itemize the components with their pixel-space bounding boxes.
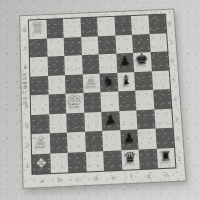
square-d4 — [83, 92, 101, 112]
square-f7 — [115, 34, 133, 53]
square-a2: ♙ — [32, 133, 50, 154]
square-a7 — [29, 38, 47, 57]
file-label-f: f — [122, 171, 141, 183]
piece-white-pawn-d5: ♙ — [85, 75, 97, 88]
rank-label-right-8: 8 — [165, 14, 175, 33]
square-a4 — [31, 95, 49, 115]
square-g6: ♚ — [133, 52, 151, 72]
square-b4 — [48, 94, 66, 114]
piece-black-rook: ♜ — [159, 149, 172, 163]
square-f4 — [118, 91, 136, 111]
square-h3 — [154, 108, 173, 128]
file-label-c: c — [68, 174, 86, 186]
square-e8 — [97, 17, 115, 36]
square-b7 — [47, 37, 65, 56]
square-e2 — [102, 130, 121, 151]
square-e4 — [100, 91, 118, 111]
rank-label-right-5: 5 — [169, 70, 179, 90]
square-b3 — [49, 113, 67, 133]
square-g3 — [136, 109, 155, 129]
piece-black-queen: ♛ — [123, 150, 137, 165]
piece-white-king: ♔ — [67, 92, 83, 109]
board-corner-logo-icon: ✥ — [32, 153, 50, 174]
rank-label-right-2: 2 — [173, 129, 183, 149]
square-a8: ♖ — [29, 20, 47, 39]
square-c7 — [64, 37, 82, 56]
square-f6: ♟ — [116, 53, 134, 73]
piece-black-pawn-e3: ♟ — [104, 112, 116, 126]
file-label-e: e — [104, 172, 122, 184]
square-d2 — [85, 131, 104, 152]
rank-label-1: 1 — [23, 156, 33, 177]
square-d3 — [84, 111, 102, 131]
file-label-g: g — [140, 170, 159, 182]
rank-label-2: 2 — [23, 136, 33, 156]
square-c1 — [68, 151, 87, 172]
rank-label-right-6: 6 — [167, 51, 177, 70]
rank-label-right-4: 4 — [170, 90, 180, 110]
file-label-d: d — [86, 173, 104, 185]
square-c8 — [63, 18, 81, 37]
square-g4 — [135, 90, 154, 110]
chess-board: US CHESS abcdefgh 87654321 87654321 abcd… — [20, 10, 185, 188]
square-h7 — [149, 33, 167, 52]
square-f5: ♝ — [117, 72, 135, 92]
square-g2 — [137, 129, 156, 150]
square-h5 — [151, 70, 170, 90]
piece-black-bishop: ♝ — [120, 73, 132, 86]
piece-white-pawn-a2: ♙ — [35, 135, 47, 149]
board-grid: ♖♟♚♙♞♝♔♟♙♟✥♛♜ — [29, 15, 175, 174]
piece-black-king: ♚ — [135, 52, 149, 67]
file-label-b: b — [50, 174, 68, 186]
square-h8 — [148, 15, 166, 34]
square-d8 — [80, 18, 98, 37]
square-b1 — [50, 152, 68, 173]
square-d5: ♙ — [82, 73, 100, 93]
rank-label-8: 8 — [20, 21, 29, 40]
square-e5: ♞ — [100, 72, 118, 92]
rank-label-right-1: 1 — [174, 149, 185, 170]
square-e7 — [98, 35, 116, 54]
square-f3 — [119, 110, 138, 130]
file-label-a: a — [33, 175, 51, 187]
square-e6 — [99, 54, 117, 74]
rank-label-5: 5 — [21, 77, 30, 97]
square-f8 — [114, 16, 132, 35]
board-photo: US CHESS abcdefgh 87654321 87654321 abcd… — [0, 0, 200, 200]
square-c6 — [64, 55, 82, 75]
square-a6 — [30, 57, 48, 77]
square-h6 — [150, 51, 168, 71]
piece-black-pawn-f6: ♟ — [119, 54, 131, 67]
square-c4: ♔ — [66, 93, 84, 113]
rank-label-right-7: 7 — [166, 33, 176, 52]
board-perspective-wrap: US CHESS abcdefgh 87654321 87654321 abcd… — [20, 10, 185, 188]
square-e3: ♟ — [101, 111, 120, 131]
square-c2 — [67, 132, 85, 153]
square-f2: ♟ — [120, 129, 139, 150]
square-h1: ♜ — [156, 147, 175, 168]
square-h2 — [155, 128, 174, 149]
square-f1: ♛ — [121, 149, 140, 170]
square-e1 — [103, 150, 122, 171]
square-c3 — [66, 112, 84, 132]
square-g8 — [131, 15, 149, 34]
square-d7 — [81, 36, 99, 55]
rank-label-4: 4 — [22, 96, 31, 116]
square-b6 — [47, 56, 65, 76]
square-b2 — [49, 133, 67, 154]
square-d6 — [81, 54, 99, 74]
square-a5 — [30, 75, 48, 95]
piece-black-knight: ♞ — [102, 74, 114, 87]
file-label-h: h — [158, 169, 177, 181]
square-a3 — [31, 114, 49, 134]
square-b8 — [46, 19, 64, 38]
piece-white-rook: ♖ — [32, 21, 44, 34]
piece-black-pawn-f2: ♟ — [123, 131, 135, 145]
square-a1: ✥ — [32, 153, 50, 174]
square-b5 — [48, 75, 66, 95]
square-g5 — [134, 71, 152, 91]
square-h4 — [153, 89, 172, 109]
square-g1 — [139, 148, 158, 169]
square-d1 — [85, 151, 104, 172]
rank-label-right-3: 3 — [171, 109, 181, 129]
rank-label-6: 6 — [21, 58, 30, 77]
rank-label-7: 7 — [21, 39, 30, 58]
rank-label-3: 3 — [22, 116, 31, 136]
